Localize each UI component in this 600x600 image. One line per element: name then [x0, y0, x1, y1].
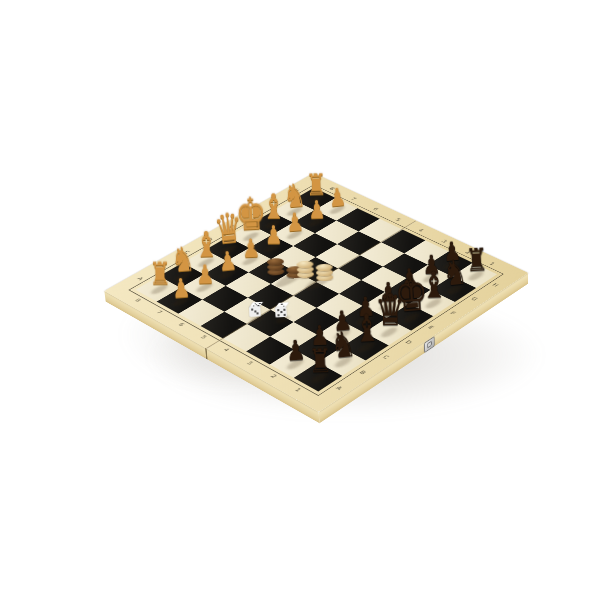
die-pip: [283, 308, 285, 310]
die-pip: [283, 313, 285, 315]
checkers-stack-light-wood[interactable]: [293, 243, 341, 281]
die-front-face: [249, 306, 261, 317]
die-pip: [251, 308, 253, 310]
die-pip: [277, 309, 279, 311]
die-pip: [280, 304, 283, 306]
dark-rook-a1[interactable]: ♜: [300, 344, 341, 378]
die-pip: [256, 312, 258, 314]
die-1[interactable]: [248, 301, 264, 318]
die-pip: [277, 314, 279, 316]
die-pip: [280, 311, 282, 313]
light-pawn-a7[interactable]: ♟: [162, 274, 201, 303]
product-photo-canvas: AABBCCDDEEFFGGHH1122334455667788 ♜♞♝♛♚♝♞…: [0, 0, 600, 600]
die-front-face: [275, 307, 287, 318]
die-2[interactable]: [274, 301, 290, 318]
fold-seam-side: [205, 348, 207, 360]
